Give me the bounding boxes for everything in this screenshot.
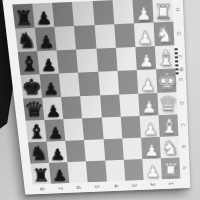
- square-g4[interactable]: [94, 24, 115, 49]
- rank-label-7: 7: [56, 180, 66, 197]
- square-e5[interactable]: [78, 72, 99, 96]
- board-perspective-wrapper: ♜♟♟♜♞♟♟♞♝♟♟♝♚♟♟♚♛♟♟♛♝♟♟♝♞♟♟♞♜♟♟♜ 8765432…: [0, 0, 200, 200]
- piece-black-pawn[interactable]: ♟: [37, 81, 65, 97]
- rank-label-6: 6: [74, 179, 84, 196]
- piece-black-pawn[interactable]: ♟: [42, 125, 70, 141]
- piece-black-pawn[interactable]: ♟: [44, 147, 71, 162]
- square-h4[interactable]: [92, 0, 114, 25]
- square-b4[interactable]: [103, 138, 123, 160]
- rank-label-4: 4: [111, 177, 121, 194]
- file-label-d: D: [170, 97, 194, 108]
- square-c5[interactable]: [82, 117, 103, 140]
- file-label-h: H: [166, 4, 191, 16]
- square-d5[interactable]: [80, 95, 101, 118]
- square-d4[interactable]: [100, 94, 121, 117]
- rank-label-2: 2: [148, 176, 158, 194]
- file-label-a: A: [173, 163, 196, 173]
- square-b5[interactable]: [84, 139, 104, 161]
- piece-black-pawn[interactable]: ♟: [30, 10, 59, 27]
- square-f4[interactable]: [96, 48, 117, 72]
- rank-labels: 87654321: [33, 179, 181, 193]
- rank-label-5: 5: [93, 178, 103, 195]
- square-c4[interactable]: [101, 116, 122, 139]
- piece-black-pawn[interactable]: ♟: [40, 103, 68, 119]
- file-label-g: G: [167, 28, 191, 39]
- rank-label-1: 1: [167, 175, 177, 193]
- board-grid: ♜♟♟♜♞♟♟♞♝♟♟♝♚♟♟♚♛♟♟♛♝♟♟♝♞♟♟♞♜♟♟♜: [12, 0, 180, 184]
- piece-black-pawn[interactable]: ♟: [35, 58, 64, 75]
- rank-label-8: 8: [37, 180, 48, 197]
- square-h7[interactable]: ♟: [32, 3, 54, 28]
- file-label-c: C: [171, 120, 194, 130]
- square-f5[interactable]: [76, 49, 97, 73]
- chess-board: ♜♟♟♜♞♟♟♞♝♟♟♝♚♟♟♚♛♟♟♛♝♟♟♝♞♟♟♞♜♟♟♜ 8765432…: [2, 0, 190, 195]
- rank-label-3: 3: [130, 176, 140, 194]
- square-g5[interactable]: [74, 25, 96, 50]
- square-e4[interactable]: [98, 71, 119, 95]
- square-h5[interactable]: [72, 1, 94, 26]
- file-label-b: B: [172, 141, 195, 151]
- board-logo: ©: [174, 47, 185, 91]
- piece-black-pawn[interactable]: ♟: [32, 34, 61, 51]
- photo-scene: ♜♟♟♜♞♟♟♞♝♟♟♝♚♟♟♚♛♟♟♛♝♟♟♝♞♟♟♞♜♟♟♜ 8765432…: [0, 0, 200, 200]
